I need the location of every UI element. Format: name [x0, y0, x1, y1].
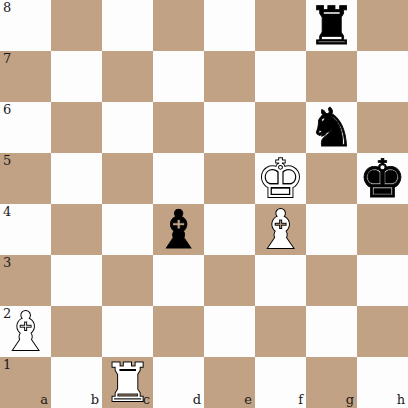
- square-h7[interactable]: [357, 51, 408, 102]
- rank-label-2: 2: [3, 307, 11, 321]
- square-f3[interactable]: [255, 255, 306, 306]
- square-f4[interactable]: ♝: [255, 204, 306, 255]
- square-f6[interactable]: [255, 102, 306, 153]
- square-h4[interactable]: [357, 204, 408, 255]
- square-g2[interactable]: [306, 306, 357, 357]
- square-f5[interactable]: ♚: [255, 153, 306, 204]
- square-b5[interactable]: [51, 153, 102, 204]
- square-e8[interactable]: [204, 0, 255, 51]
- square-g8[interactable]: ♜: [306, 0, 357, 51]
- piece-white-king-f5[interactable]: ♚: [255, 153, 306, 204]
- square-c4[interactable]: [102, 204, 153, 255]
- square-a2[interactable]: 2♝: [0, 306, 51, 357]
- square-a1[interactable]: 1a: [0, 357, 51, 408]
- square-c1[interactable]: c♜: [102, 357, 153, 408]
- file-label-h: h: [397, 393, 405, 407]
- square-g3[interactable]: [306, 255, 357, 306]
- rank-label-6: 6: [3, 103, 11, 117]
- square-f8[interactable]: [255, 0, 306, 51]
- square-a7[interactable]: 7: [0, 51, 51, 102]
- file-label-a: a: [40, 393, 48, 407]
- file-label-d: d: [193, 393, 201, 407]
- square-b7[interactable]: [51, 51, 102, 102]
- square-h8[interactable]: [357, 0, 408, 51]
- square-c8[interactable]: [102, 0, 153, 51]
- square-d6[interactable]: [153, 102, 204, 153]
- square-e1[interactable]: e: [204, 357, 255, 408]
- square-f7[interactable]: [255, 51, 306, 102]
- square-g1[interactable]: g: [306, 357, 357, 408]
- rank-label-8: 8: [3, 1, 11, 15]
- square-b8[interactable]: [51, 0, 102, 51]
- square-a8[interactable]: 8: [0, 0, 51, 51]
- square-f1[interactable]: f: [255, 357, 306, 408]
- rank-label-7: 7: [3, 52, 11, 66]
- square-b2[interactable]: [51, 306, 102, 357]
- file-label-g: g: [346, 393, 354, 407]
- square-d1[interactable]: d: [153, 357, 204, 408]
- square-a3[interactable]: 3: [0, 255, 51, 306]
- square-e5[interactable]: [204, 153, 255, 204]
- square-a4[interactable]: 4: [0, 204, 51, 255]
- square-h3[interactable]: [357, 255, 408, 306]
- rank-label-5: 5: [3, 154, 11, 168]
- square-e7[interactable]: [204, 51, 255, 102]
- rank-label-4: 4: [3, 205, 11, 219]
- square-c2[interactable]: [102, 306, 153, 357]
- square-d3[interactable]: [153, 255, 204, 306]
- square-f2[interactable]: [255, 306, 306, 357]
- square-g6[interactable]: ♞: [306, 102, 357, 153]
- square-e4[interactable]: [204, 204, 255, 255]
- square-a6[interactable]: 6: [0, 102, 51, 153]
- square-c3[interactable]: [102, 255, 153, 306]
- piece-black-king-h5[interactable]: ♚: [357, 153, 408, 204]
- piece-black-knight-g6[interactable]: ♞: [306, 102, 357, 153]
- square-a5[interactable]: 5: [0, 153, 51, 204]
- square-d8[interactable]: [153, 0, 204, 51]
- square-e2[interactable]: [204, 306, 255, 357]
- square-d4[interactable]: ♝: [153, 204, 204, 255]
- file-label-f: f: [298, 393, 303, 407]
- square-b1[interactable]: b: [51, 357, 102, 408]
- square-d2[interactable]: [153, 306, 204, 357]
- square-h1[interactable]: h: [357, 357, 408, 408]
- square-d5[interactable]: [153, 153, 204, 204]
- square-c7[interactable]: [102, 51, 153, 102]
- square-g5[interactable]: [306, 153, 357, 204]
- square-g7[interactable]: [306, 51, 357, 102]
- square-b4[interactable]: [51, 204, 102, 255]
- square-h5[interactable]: ♚: [357, 153, 408, 204]
- square-b3[interactable]: [51, 255, 102, 306]
- piece-black-rook-g8[interactable]: ♜: [306, 0, 357, 51]
- piece-white-bishop-f4[interactable]: ♝: [255, 204, 306, 255]
- square-g4[interactable]: [306, 204, 357, 255]
- square-d7[interactable]: [153, 51, 204, 102]
- file-label-c: c: [143, 393, 150, 407]
- file-label-b: b: [91, 393, 99, 407]
- file-label-e: e: [244, 393, 252, 407]
- square-e3[interactable]: [204, 255, 255, 306]
- square-b6[interactable]: [51, 102, 102, 153]
- square-c5[interactable]: [102, 153, 153, 204]
- square-h2[interactable]: [357, 306, 408, 357]
- rank-label-1: 1: [3, 358, 11, 372]
- square-h6[interactable]: [357, 102, 408, 153]
- chess-board: 8♜76♞5♚♚4♝♝32♝1abc♜defgh: [0, 0, 408, 408]
- square-e6[interactable]: [204, 102, 255, 153]
- square-c6[interactable]: [102, 102, 153, 153]
- rank-label-3: 3: [3, 256, 11, 270]
- piece-black-bishop-d4[interactable]: ♝: [153, 204, 204, 255]
